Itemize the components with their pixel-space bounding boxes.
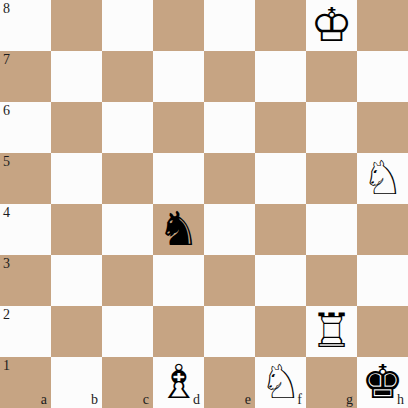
square-f2[interactable] — [255, 306, 306, 357]
square-d5[interactable] — [153, 153, 204, 204]
square-b2[interactable] — [51, 306, 102, 357]
square-g8[interactable]: ♔ — [306, 0, 357, 51]
piece-black-knight[interactable]: ♞ — [157, 203, 199, 254]
square-b5[interactable] — [51, 153, 102, 204]
square-h5[interactable]: ♘ — [357, 153, 408, 204]
square-c7[interactable] — [102, 51, 153, 102]
file-label-g: g — [346, 393, 353, 407]
square-h8[interactable] — [357, 0, 408, 51]
square-g4[interactable] — [306, 204, 357, 255]
file-label-a: a — [41, 393, 47, 407]
rank-label-6: 6 — [3, 104, 10, 118]
square-c3[interactable] — [102, 255, 153, 306]
rank-label-4: 4 — [3, 206, 10, 220]
piece-white-king[interactable]: ♔ — [310, 0, 352, 50]
square-d1[interactable]: d♗ — [153, 357, 204, 408]
square-a8[interactable]: 8 — [0, 0, 51, 51]
square-f7[interactable] — [255, 51, 306, 102]
square-e3[interactable] — [204, 255, 255, 306]
square-h3[interactable] — [357, 255, 408, 306]
square-e4[interactable] — [204, 204, 255, 255]
square-b1[interactable]: b — [51, 357, 102, 408]
rank-label-5: 5 — [3, 155, 10, 169]
square-a5[interactable]: 5 — [0, 153, 51, 204]
square-h4[interactable] — [357, 204, 408, 255]
square-d6[interactable] — [153, 102, 204, 153]
square-c8[interactable] — [102, 0, 153, 51]
square-c6[interactable] — [102, 102, 153, 153]
square-e6[interactable] — [204, 102, 255, 153]
square-a7[interactable]: 7 — [0, 51, 51, 102]
square-c2[interactable] — [102, 306, 153, 357]
square-d2[interactable] — [153, 306, 204, 357]
file-label-c: c — [143, 393, 149, 407]
square-f8[interactable] — [255, 0, 306, 51]
square-c5[interactable] — [102, 153, 153, 204]
square-e1[interactable]: e — [204, 357, 255, 408]
square-f3[interactable] — [255, 255, 306, 306]
chess-board: 8♔765♘4♞32♖1abcd♗ef♘gh♚ — [0, 0, 408, 408]
square-f4[interactable] — [255, 204, 306, 255]
square-h1[interactable]: h♚ — [357, 357, 408, 408]
square-f5[interactable] — [255, 153, 306, 204]
square-g3[interactable] — [306, 255, 357, 306]
square-d4[interactable]: ♞ — [153, 204, 204, 255]
square-c1[interactable]: c — [102, 357, 153, 408]
square-d7[interactable] — [153, 51, 204, 102]
square-h2[interactable] — [357, 306, 408, 357]
square-a6[interactable]: 6 — [0, 102, 51, 153]
square-a3[interactable]: 3 — [0, 255, 51, 306]
square-b4[interactable] — [51, 204, 102, 255]
piece-white-bishop[interactable]: ♗ — [157, 356, 199, 407]
rank-label-8: 8 — [3, 2, 10, 16]
piece-white-knight[interactable]: ♘ — [259, 356, 301, 407]
square-d8[interactable] — [153, 0, 204, 51]
piece-black-king[interactable]: ♚ — [361, 356, 403, 407]
square-a2[interactable]: 2 — [0, 306, 51, 357]
square-g5[interactable] — [306, 153, 357, 204]
square-d3[interactable] — [153, 255, 204, 306]
square-b3[interactable] — [51, 255, 102, 306]
piece-white-knight[interactable]: ♘ — [361, 152, 403, 203]
square-h6[interactable] — [357, 102, 408, 153]
square-h7[interactable] — [357, 51, 408, 102]
square-e8[interactable] — [204, 0, 255, 51]
square-a4[interactable]: 4 — [0, 204, 51, 255]
square-b8[interactable] — [51, 0, 102, 51]
chess-board-wrapper: 8♔765♘4♞32♖1abcd♗ef♘gh♚ — [0, 0, 408, 408]
square-a1[interactable]: 1a — [0, 357, 51, 408]
rank-label-3: 3 — [3, 257, 10, 271]
square-g6[interactable] — [306, 102, 357, 153]
square-g2[interactable]: ♖ — [306, 306, 357, 357]
square-f1[interactable]: f♘ — [255, 357, 306, 408]
square-e7[interactable] — [204, 51, 255, 102]
file-label-b: b — [91, 393, 98, 407]
square-e2[interactable] — [204, 306, 255, 357]
file-label-e: e — [245, 393, 251, 407]
square-b7[interactable] — [51, 51, 102, 102]
square-e5[interactable] — [204, 153, 255, 204]
square-g7[interactable] — [306, 51, 357, 102]
square-c4[interactable] — [102, 204, 153, 255]
rank-label-1: 1 — [3, 359, 10, 373]
rank-label-7: 7 — [3, 53, 10, 67]
square-f6[interactable] — [255, 102, 306, 153]
square-g1[interactable]: g — [306, 357, 357, 408]
square-b6[interactable] — [51, 102, 102, 153]
rank-label-2: 2 — [3, 308, 10, 322]
piece-white-rook[interactable]: ♖ — [310, 305, 352, 356]
